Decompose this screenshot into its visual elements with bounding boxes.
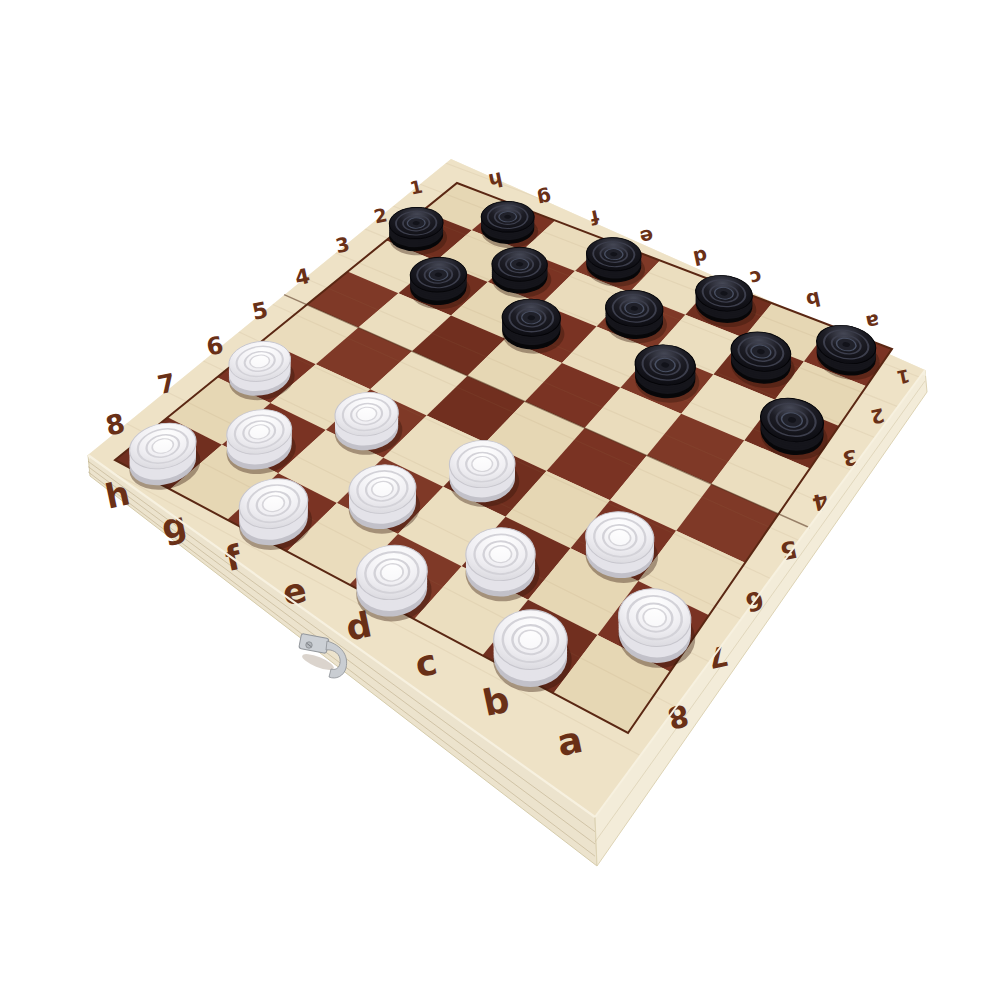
checkers-board-photo: 12345678hgfedcbahgfedcba12345678 bbox=[0, 0, 1000, 1000]
board-scene: 12345678hgfedcbahgfedcba12345678 bbox=[0, 0, 1000, 1000]
